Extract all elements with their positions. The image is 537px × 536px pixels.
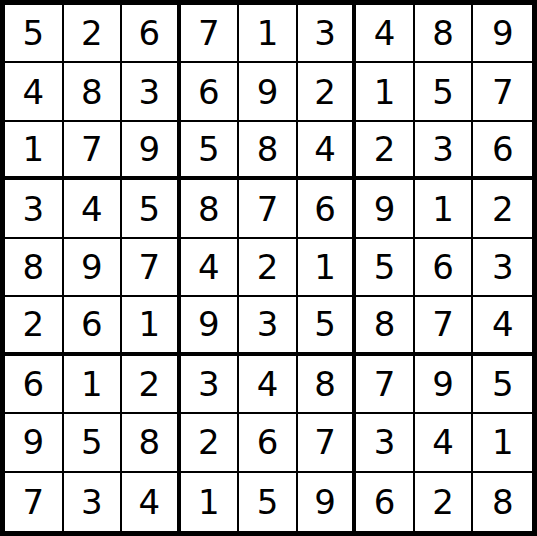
cell-r3c6[interactable]: 4	[298, 122, 357, 180]
sudoku-board: 5267134894836921571795842363458769128974…	[0, 0, 537, 536]
cell-digit: 8	[257, 132, 279, 166]
cell-digit: 6	[257, 425, 279, 459]
cell-r6c3[interactable]: 1	[122, 297, 181, 355]
cell-digit: 9	[139, 132, 161, 166]
cell-r7c5[interactable]: 4	[239, 356, 298, 414]
cell-digit: 8	[432, 16, 454, 50]
cell-r7c9[interactable]: 5	[473, 356, 532, 414]
cell-r6c1[interactable]: 2	[5, 297, 64, 355]
cell-r9c3[interactable]: 4	[122, 473, 181, 531]
cell-digit: 3	[374, 425, 396, 459]
cell-r5c5[interactable]: 2	[239, 239, 298, 297]
cell-r2c4[interactable]: 6	[181, 63, 240, 121]
cell-digit: 9	[81, 250, 103, 284]
cell-r7c4[interactable]: 3	[181, 356, 240, 414]
cell-r8c5[interactable]: 6	[239, 414, 298, 472]
cell-digit: 3	[432, 132, 454, 166]
cell-digit: 2	[139, 367, 161, 401]
cell-r4c9[interactable]: 2	[473, 180, 532, 238]
cell-r2c5[interactable]: 9	[239, 63, 298, 121]
cell-digit: 3	[492, 250, 514, 284]
cell-digit: 1	[314, 250, 336, 284]
cell-digit: 6	[81, 307, 103, 341]
cell-digit: 5	[139, 192, 161, 226]
cell-digit: 7	[22, 485, 44, 519]
cell-digit: 1	[257, 16, 279, 50]
cell-r6c9[interactable]: 4	[473, 297, 532, 355]
cell-r2c3[interactable]: 3	[122, 63, 181, 121]
cell-r9c2[interactable]: 3	[64, 473, 123, 531]
cell-r9c9[interactable]: 8	[473, 473, 532, 531]
cell-r1c9[interactable]: 9	[473, 5, 532, 63]
cell-r2c8[interactable]: 5	[415, 63, 474, 121]
cell-r3c3[interactable]: 9	[122, 122, 181, 180]
cell-digit: 5	[22, 16, 44, 50]
cell-r4c4[interactable]: 8	[181, 180, 240, 238]
cell-r1c5[interactable]: 1	[239, 5, 298, 63]
cell-digit: 1	[22, 132, 44, 166]
cell-digit: 1	[198, 485, 220, 519]
cell-digit: 6	[492, 132, 514, 166]
cell-r3c7[interactable]: 2	[356, 122, 415, 180]
cell-r1c1[interactable]: 5	[5, 5, 64, 63]
cell-r7c2[interactable]: 1	[64, 356, 123, 414]
cell-r7c8[interactable]: 9	[415, 356, 474, 414]
cell-r4c8[interactable]: 1	[415, 180, 474, 238]
cell-r4c3[interactable]: 5	[122, 180, 181, 238]
cell-digit: 7	[198, 16, 220, 50]
cell-digit: 7	[432, 307, 454, 341]
cell-digit: 2	[198, 425, 220, 459]
cell-r2c2[interactable]: 8	[64, 63, 123, 121]
cell-r8c9[interactable]: 1	[473, 414, 532, 472]
cell-digit: 3	[22, 192, 44, 226]
cell-digit: 6	[139, 16, 161, 50]
cell-digit: 2	[374, 132, 396, 166]
cell-r7c6[interactable]: 8	[298, 356, 357, 414]
cell-r6c8[interactable]: 7	[415, 297, 474, 355]
cell-digit: 7	[257, 192, 279, 226]
cell-digit: 9	[374, 192, 396, 226]
cell-digit: 4	[139, 485, 161, 519]
cell-r5c8[interactable]: 6	[415, 239, 474, 297]
cell-r5c7[interactable]: 5	[356, 239, 415, 297]
cell-r1c3[interactable]: 6	[122, 5, 181, 63]
cell-r3c2[interactable]: 7	[64, 122, 123, 180]
cell-digit: 2	[22, 307, 44, 341]
cell-digit: 2	[492, 192, 514, 226]
cell-digit: 8	[314, 367, 336, 401]
cell-digit: 2	[314, 75, 336, 109]
cell-digit: 7	[314, 425, 336, 459]
cell-r9c1[interactable]: 7	[5, 473, 64, 531]
cell-digit: 8	[198, 192, 220, 226]
cell-digit: 1	[432, 192, 454, 226]
cell-digit: 1	[374, 75, 396, 109]
cell-digit: 5	[314, 307, 336, 341]
cell-digit: 4	[492, 307, 514, 341]
cell-r1c2[interactable]: 2	[64, 5, 123, 63]
cell-r2c6[interactable]: 2	[298, 63, 357, 121]
cell-r6c2[interactable]: 6	[64, 297, 123, 355]
cell-r2c7[interactable]: 1	[356, 63, 415, 121]
cell-digit: 4	[81, 192, 103, 226]
cell-digit: 4	[22, 75, 44, 109]
cell-r4c1[interactable]: 3	[5, 180, 64, 238]
cell-digit: 7	[374, 367, 396, 401]
cell-digit: 3	[139, 75, 161, 109]
cell-r8c7[interactable]: 3	[356, 414, 415, 472]
cell-r7c3[interactable]: 2	[122, 356, 181, 414]
cell-digit: 8	[139, 425, 161, 459]
cell-digit: 5	[492, 367, 514, 401]
cell-r1c8[interactable]: 8	[415, 5, 474, 63]
cell-r9c5[interactable]: 5	[239, 473, 298, 531]
cell-digit: 2	[257, 250, 279, 284]
cell-digit: 2	[432, 485, 454, 519]
cell-digit: 9	[432, 367, 454, 401]
cell-digit: 4	[257, 367, 279, 401]
cell-digit: 8	[374, 307, 396, 341]
cell-r4c7[interactable]: 9	[356, 180, 415, 238]
cell-r4c5[interactable]: 7	[239, 180, 298, 238]
cell-r6c7[interactable]: 8	[356, 297, 415, 355]
cell-digit: 1	[492, 425, 514, 459]
cell-r9c8[interactable]: 2	[415, 473, 474, 531]
cell-r5c6[interactable]: 1	[298, 239, 357, 297]
cell-r8c4[interactable]: 2	[181, 414, 240, 472]
cell-r9c6[interactable]: 9	[298, 473, 357, 531]
cell-r4c6[interactable]: 6	[298, 180, 357, 238]
cell-digit: 1	[81, 367, 103, 401]
cell-r9c7[interactable]: 6	[356, 473, 415, 531]
cell-digit: 6	[22, 367, 44, 401]
cell-digit: 4	[432, 425, 454, 459]
cell-r1c7[interactable]: 4	[356, 5, 415, 63]
cell-r9c4[interactable]: 1	[181, 473, 240, 531]
cell-digit: 9	[492, 16, 514, 50]
cell-digit: 5	[198, 132, 220, 166]
cell-r3c8[interactable]: 3	[415, 122, 474, 180]
cell-digit: 4	[198, 250, 220, 284]
cell-r7c1[interactable]: 6	[5, 356, 64, 414]
cell-r3c4[interactable]: 5	[181, 122, 240, 180]
cell-digit: 4	[314, 132, 336, 166]
cell-digit: 9	[314, 485, 336, 519]
cell-r2c1[interactable]: 4	[5, 63, 64, 121]
cell-r5c9[interactable]: 3	[473, 239, 532, 297]
cell-r6c4[interactable]: 9	[181, 297, 240, 355]
cell-digit: 7	[81, 132, 103, 166]
cell-digit: 6	[432, 250, 454, 284]
cell-digit: 9	[198, 307, 220, 341]
cell-digit: 9	[22, 425, 44, 459]
cell-digit: 3	[198, 367, 220, 401]
cell-digit: 3	[81, 485, 103, 519]
cell-r5c4[interactable]: 4	[181, 239, 240, 297]
cell-digit: 8	[81, 75, 103, 109]
cell-digit: 6	[314, 192, 336, 226]
cell-digit: 5	[257, 485, 279, 519]
cell-r6c6[interactable]: 5	[298, 297, 357, 355]
cell-digit: 2	[81, 16, 103, 50]
cell-r3c5[interactable]: 8	[239, 122, 298, 180]
cell-digit: 5	[81, 425, 103, 459]
cell-digit: 7	[492, 75, 514, 109]
cell-r8c2[interactable]: 5	[64, 414, 123, 472]
cell-r8c8[interactable]: 4	[415, 414, 474, 472]
cell-digit: 4	[374, 16, 396, 50]
cell-r3c9[interactable]: 6	[473, 122, 532, 180]
cell-r5c2[interactable]: 9	[64, 239, 123, 297]
cell-r1c4[interactable]: 7	[181, 5, 240, 63]
cell-digit: 3	[257, 307, 279, 341]
cell-r2c9[interactable]: 7	[473, 63, 532, 121]
cell-r3c1[interactable]: 1	[5, 122, 64, 180]
cell-r4c2[interactable]: 4	[64, 180, 123, 238]
cell-r6c5[interactable]: 3	[239, 297, 298, 355]
cell-digit: 8	[492, 485, 514, 519]
cell-digit: 6	[198, 75, 220, 109]
cell-r7c7[interactable]: 7	[356, 356, 415, 414]
cell-r8c1[interactable]: 9	[5, 414, 64, 472]
cell-r5c1[interactable]: 8	[5, 239, 64, 297]
cell-digit: 8	[22, 250, 44, 284]
cell-digit: 3	[314, 16, 336, 50]
cell-digit: 9	[257, 75, 279, 109]
cell-digit: 7	[139, 250, 161, 284]
cell-digit: 6	[374, 485, 396, 519]
cell-r1c6[interactable]: 3	[298, 5, 357, 63]
cell-r8c3[interactable]: 8	[122, 414, 181, 472]
cell-r8c6[interactable]: 7	[298, 414, 357, 472]
cell-digit: 5	[432, 75, 454, 109]
cell-digit: 5	[374, 250, 396, 284]
cell-r5c3[interactable]: 7	[122, 239, 181, 297]
cell-digit: 1	[139, 307, 161, 341]
